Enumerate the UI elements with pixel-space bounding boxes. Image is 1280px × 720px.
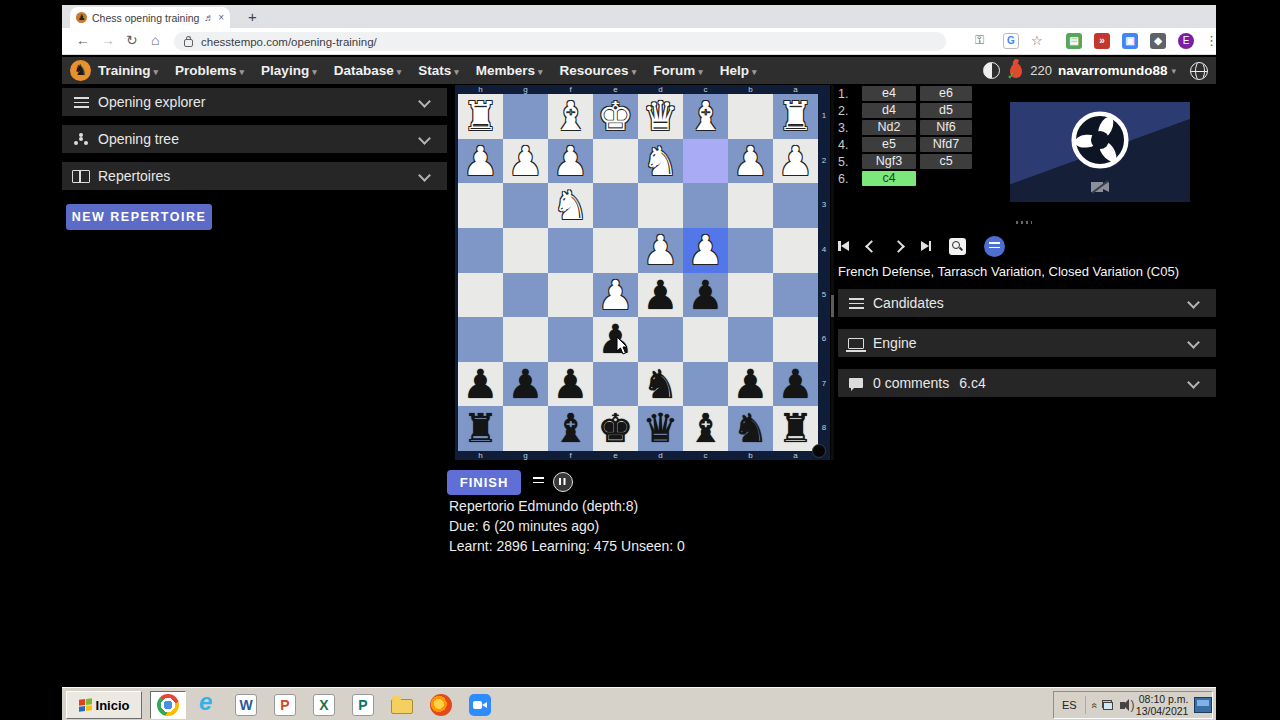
bookmark-star-icon[interactable]: ☆: [1031, 33, 1047, 49]
move-black-d5[interactable]: d5: [920, 103, 972, 118]
square-d7[interactable]: ♞: [638, 362, 683, 407]
windows-logo-icon: [79, 698, 92, 711]
square-e1[interactable]: ♚: [593, 94, 638, 139]
square-c1[interactable]: ♝: [683, 94, 728, 139]
panel-resize-grip[interactable]: [1016, 221, 1032, 224]
piece-black-q-d8[interactable]: ♛: [638, 406, 683, 451]
taskbar-apps: [150, 690, 501, 719]
move-black-Nf6[interactable]: Nf6: [920, 120, 972, 135]
board-file-labels-top: hgfedcba: [458, 85, 818, 94]
square-d5[interactable]: ♟: [638, 273, 683, 318]
move-white-c4[interactable]: c4: [862, 171, 916, 186]
nav-caret-icon: ▾: [698, 67, 703, 77]
taskbar-app-powerpoint[interactable]: [267, 691, 303, 719]
profile-avatar[interactable]: E: [1178, 33, 1194, 49]
taskbar-app-excel[interactable]: [306, 691, 342, 719]
square-a6[interactable]: [773, 317, 818, 362]
screen: ♟ Chess opening training - Chess ♬ × + ←…: [0, 0, 1280, 720]
streak-flame-icon: [1010, 63, 1022, 78]
book-icon: [72, 170, 90, 183]
piece-black-r-a8[interactable]: ♜: [773, 406, 818, 451]
back-button[interactable]: ←: [76, 32, 90, 48]
comment-icon: [847, 378, 865, 388]
publisher-icon: [352, 694, 374, 716]
square-e5[interactable]: ♟: [593, 273, 638, 318]
piece-black-p-f7[interactable]: ♟: [548, 362, 593, 407]
move-black-e6[interactable]: e6: [920, 86, 972, 101]
browser-menu-icon[interactable]: ⋮: [1205, 33, 1221, 49]
square-e3[interactable]: [593, 183, 638, 228]
square-c4[interactable]: ♟: [683, 228, 728, 273]
file-label-c: c: [683, 451, 728, 460]
square-f6[interactable]: [548, 317, 593, 362]
nav-caret-icon: ▾: [538, 67, 543, 77]
browser-tab[interactable]: ♟ Chess opening training - Chess ♬ ×: [70, 7, 230, 28]
square-e4[interactable]: [593, 228, 638, 273]
comments-move-context: 6.c4: [959, 375, 985, 391]
file-label-g: g: [503, 85, 548, 94]
square-a1[interactable]: ♜: [773, 94, 818, 139]
square-e8[interactable]: ♚: [593, 406, 638, 451]
nav-caret-icon: ▾: [454, 67, 459, 77]
camera-off-icon: [1090, 180, 1110, 194]
candidates-list-icon: [847, 298, 865, 309]
chesstempo-logo[interactable]: ♞: [70, 60, 91, 81]
tray-time: 08:10 p.m.: [1139, 693, 1189, 705]
nav-caret-icon: ▾: [312, 67, 317, 77]
piece-white-p-c4[interactable]: ♟: [683, 228, 728, 273]
game-nav-controls: [838, 233, 1078, 259]
piece-black-k-e8[interactable]: ♚: [593, 406, 638, 451]
clock[interactable]: 08:10 p.m. 13/04/2021: [1135, 693, 1189, 717]
square-b4[interactable]: [728, 228, 773, 273]
taskbar-app-internet-explorer[interactable]: [189, 691, 225, 719]
move-white-e4[interactable]: e4: [862, 86, 916, 101]
nav-item-database[interactable]: Database▾: [334, 63, 402, 78]
language-indicator[interactable]: ES: [1062, 699, 1077, 711]
piece-black-n-b8[interactable]: ♞: [728, 406, 773, 451]
square-g1[interactable]: [503, 94, 548, 139]
square-c2[interactable]: [683, 139, 728, 184]
nav-caret-icon: ▾: [397, 67, 402, 77]
square-g2[interactable]: ♟: [503, 139, 548, 184]
password-key-icon[interactable]: ⚿: [975, 33, 991, 49]
piece-black-p-g7[interactable]: ♟: [503, 362, 548, 407]
square-b2[interactable]: ♟: [728, 139, 773, 184]
streak-count: 220: [1030, 63, 1052, 78]
home-button[interactable]: ⌂: [151, 32, 159, 48]
square-d1[interactable]: ♛: [638, 94, 683, 139]
taskbar-app-chrome[interactable]: [150, 691, 186, 719]
learning-stats: Learnt: 2896 Learning: 475 Unseen: 0: [449, 536, 849, 556]
square-d8[interactable]: ♛: [638, 406, 683, 451]
nav-item-problems[interactable]: Problems▾: [175, 63, 244, 78]
square-f8[interactable]: ♝: [548, 406, 593, 451]
network-icon[interactable]: [1102, 700, 1113, 710]
nav-item-help[interactable]: Help▾: [720, 63, 757, 78]
sidebar-item-opening-tree[interactable]: Opening tree: [62, 125, 447, 153]
taskbar-app-zoom[interactable]: [462, 691, 498, 719]
taskbar-app-firefox[interactable]: [423, 691, 459, 719]
volume-icon[interactable]: [1120, 702, 1124, 709]
file-explorer-icon: [391, 699, 413, 714]
square-b5[interactable]: [728, 273, 773, 318]
start-button[interactable]: Inicio: [66, 691, 142, 719]
rank-label-5: 5: [818, 273, 830, 318]
piece-black-p-b7[interactable]: ♟: [728, 362, 773, 407]
square-e7[interactable]: [593, 362, 638, 407]
chevron-down-icon: [1187, 296, 1200, 309]
piece-white-p-e5[interactable]: ♟: [593, 273, 638, 318]
nav-caret-icon: ▾: [240, 67, 245, 77]
move-number: 3.: [838, 121, 862, 135]
file-label-e: e: [593, 451, 638, 460]
square-f1[interactable]: ♝: [548, 94, 593, 139]
square-e2[interactable]: [593, 139, 638, 184]
move-row-6: 6.c4: [838, 170, 1014, 187]
user-menu-caret[interactable]: ▾: [1171, 66, 1176, 76]
site-nav-right: 220 navarromundo88 ▾: [983, 57, 1208, 84]
square-a7[interactable]: ♟: [773, 362, 818, 407]
search-position-icon[interactable]: [949, 238, 966, 255]
list-icon: [72, 97, 90, 108]
firefox-icon: [430, 694, 452, 716]
piece-white-r-h1[interactable]: ♜: [458, 94, 503, 139]
rank-label-3: 3: [818, 183, 830, 228]
move-row-2: 2.d4d5: [838, 102, 1014, 119]
obs-video-overlay: [1010, 102, 1190, 202]
square-d4[interactable]: ♟: [638, 228, 683, 273]
piece-black-p-h7[interactable]: ♟: [458, 362, 503, 407]
file-label-f: f: [548, 451, 593, 460]
dark-mode-toggle-icon[interactable]: [983, 62, 1000, 79]
square-h8[interactable]: ♜: [458, 406, 503, 451]
pause-button[interactable]: [553, 472, 573, 492]
square-g3[interactable]: [503, 183, 548, 228]
internet-explorer-icon: [196, 694, 218, 716]
file-label-g: g: [503, 451, 548, 460]
site-nav-bar: ♞ Training▾Problems▾Playing▾Database▾Sta…: [62, 57, 1216, 84]
last-move-button[interactable]: [921, 241, 932, 251]
tab-close-icon[interactable]: ×: [218, 12, 224, 23]
square-h7[interactable]: ♟: [458, 362, 503, 407]
square-a5[interactable]: [773, 273, 818, 318]
piece-black-n-d7[interactable]: ♞: [638, 362, 683, 407]
url-text: chesstempo.com/opening-training/: [201, 36, 377, 48]
panel-engine[interactable]: Engine: [838, 329, 1216, 357]
square-c8[interactable]: ♝: [683, 406, 728, 451]
obs-logo: [1071, 111, 1129, 169]
excel-icon: [313, 694, 335, 716]
extension-blue-icon[interactable]: ▣: [1122, 33, 1138, 49]
chess-board: hgfedcba ♜♝♚♛♝♜♟♟♟♞♟♟♞♟♟♟♟♟♟♟♟♟♞♟♟♜♝♚♛♝♞…: [455, 85, 830, 460]
powerpoint-icon: [274, 694, 296, 716]
panel-comments[interactable]: 0 comments 6.c4: [838, 369, 1216, 397]
training-info: Repertorio Edmundo (depth:8) Due: 6 (20 …: [449, 496, 849, 556]
move-list: 1.e4e62.d4d53.Nd2Nf64.e5Nfd75.Ngf3c56.c4: [838, 85, 1014, 187]
piece-black-p-d5[interactable]: ♟: [638, 273, 683, 318]
chrome-icon: [157, 694, 179, 716]
language-globe-icon[interactable]: [1190, 62, 1208, 80]
piece-white-p-f2[interactable]: ♟: [548, 139, 593, 184]
first-move-button[interactable]: [838, 241, 849, 251]
piece-black-r-h8[interactable]: ♜: [458, 406, 503, 451]
tree-icon: [72, 133, 90, 145]
due-status: Due: 6 (20 minutes ago): [449, 516, 849, 536]
reload-button[interactable]: ↻: [126, 32, 138, 48]
repertoire-name: Repertorio Edmundo (depth:8): [449, 496, 849, 516]
square-h4[interactable]: [458, 228, 503, 273]
black-to-move-indicator: [812, 444, 826, 458]
file-label-b: b: [728, 451, 773, 460]
square-g8[interactable]: [503, 406, 548, 451]
next-move-button[interactable]: [894, 242, 903, 251]
square-g7[interactable]: ♟: [503, 362, 548, 407]
square-a3[interactable]: [773, 183, 818, 228]
piece-black-p-a7[interactable]: ♟: [773, 362, 818, 407]
square-a8[interactable]: ♜: [773, 406, 818, 451]
forward-button[interactable]: →: [101, 32, 115, 48]
rank-label-4: 4: [818, 228, 830, 273]
square-b1[interactable]: [728, 94, 773, 139]
chevron-down-icon: [1187, 376, 1200, 389]
sidebar-item-opening-explorer[interactable]: Opening explorer: [62, 88, 447, 116]
piece-white-p-a2[interactable]: ♟: [773, 139, 818, 184]
taskbar-app-publisher[interactable]: [345, 691, 381, 719]
square-c7[interactable]: [683, 362, 728, 407]
translate-icon[interactable]: G: [1003, 33, 1019, 49]
square-d6[interactable]: [638, 317, 683, 362]
nav-item-playing[interactable]: Playing▾: [261, 63, 317, 78]
opening-name: French Defense, Tarrasch Variation, Clos…: [838, 264, 1216, 284]
engine-laptop-icon: [847, 338, 865, 349]
move-number: 4.: [838, 138, 862, 152]
square-a4[interactable]: [773, 228, 818, 273]
square-f7[interactable]: ♟: [548, 362, 593, 407]
square-h3[interactable]: [458, 183, 503, 228]
board-file-labels-bottom: hgfedcba: [458, 451, 818, 460]
taskbar-app-file-explorer[interactable]: [384, 691, 420, 719]
move-number: 6.: [838, 172, 862, 186]
piece-white-p-b2[interactable]: ♟: [728, 139, 773, 184]
square-c5[interactable]: ♟: [683, 273, 728, 318]
nav-caret-icon: ▾: [752, 67, 757, 77]
chevron-down-icon: [418, 169, 431, 182]
square-b8[interactable]: ♞: [728, 406, 773, 451]
file-label-b: b: [728, 85, 773, 94]
mouse-cursor: [616, 336, 630, 356]
move-white-e5[interactable]: e5: [862, 137, 916, 152]
new-tab-button[interactable]: +: [248, 8, 257, 25]
taskbar-app-word[interactable]: [228, 691, 264, 719]
new-repertoire-button[interactable]: NEW REPERTOIRE: [66, 204, 212, 230]
browser-toolbar: ← → ↻ ⌂ chesstempo.com/opening-training/…: [62, 28, 1216, 55]
chesstempo-favicon: ♟: [76, 12, 87, 23]
taskbar: Inicio ES « 08:10 p.m. 13/04/2021: [62, 687, 1216, 720]
square-b6[interactable]: [728, 317, 773, 362]
move-number: 5.: [838, 155, 862, 169]
show-desktop-icon[interactable]: [1194, 697, 1212, 713]
square-b3[interactable]: [728, 183, 773, 228]
move-number: 1.: [838, 87, 862, 101]
square-g4[interactable]: [503, 228, 548, 273]
square-h5[interactable]: [458, 273, 503, 318]
scrollbar[interactable]: [831, 85, 834, 460]
word-icon: [235, 694, 257, 716]
piece-white-b-c1[interactable]: ♝: [683, 94, 728, 139]
move-black-c5[interactable]: c5: [920, 154, 972, 169]
nav-item-forum[interactable]: Forum▾: [653, 63, 703, 78]
game-menu-icon[interactable]: [984, 236, 1005, 257]
site-nav-items: Training▾Problems▾Playing▾Database▾Stats…: [98, 63, 774, 78]
move-white-d4[interactable]: d4: [862, 103, 916, 118]
square-f4[interactable]: [548, 228, 593, 273]
square-c6[interactable]: [683, 317, 728, 362]
username[interactable]: navarromundo88: [1058, 63, 1168, 78]
square-a2[interactable]: ♟: [773, 139, 818, 184]
piece-white-n-f3[interactable]: ♞: [548, 183, 593, 228]
tab-title: Chess opening training - Chess: [92, 12, 200, 24]
move-white-Nd2[interactable]: Nd2: [862, 120, 916, 135]
piece-white-b-f1[interactable]: ♝: [548, 94, 593, 139]
system-tray: ES « 08:10 p.m. 13/04/2021: [1053, 691, 1213, 719]
square-h2[interactable]: ♟: [458, 139, 503, 184]
extension-red-icon[interactable]: »: [1094, 33, 1110, 49]
move-row-4: 4.e5Nfd7: [838, 136, 1014, 153]
nav-caret-icon: ▾: [632, 67, 637, 77]
sidebar-item-repertoires[interactable]: Repertoires: [62, 162, 447, 190]
nav-item-training[interactable]: Training▾: [98, 63, 158, 78]
rank-label-2: 2: [818, 139, 830, 184]
nav-caret-icon: ▾: [154, 67, 159, 77]
square-f5[interactable]: [548, 273, 593, 318]
address-bar[interactable]: chesstempo.com/opening-training/: [174, 32, 946, 51]
rank-label-1: 1: [818, 94, 830, 139]
chevron-down-icon: [418, 95, 431, 108]
board-rank-labels: 12345678: [818, 94, 830, 451]
file-label-h: h: [458, 451, 503, 460]
piece-white-n-d2[interactable]: ♞: [638, 139, 683, 184]
hidden-icons-chevron[interactable]: «: [1089, 702, 1100, 708]
zoom-icon: [469, 694, 491, 716]
extensions-puzzle-icon[interactable]: ◆: [1150, 33, 1166, 49]
rank-label-7: 7: [818, 362, 830, 407]
rank-label-6: 6: [818, 317, 830, 362]
square-h1[interactable]: ♜: [458, 94, 503, 139]
piece-white-p-h2[interactable]: ♟: [458, 139, 503, 184]
square-g5[interactable]: [503, 273, 548, 318]
tray-date: 13/04/2021: [1136, 705, 1189, 717]
move-row-3: 3.Nd2Nf6: [838, 119, 1014, 136]
square-g6[interactable]: [503, 317, 548, 362]
tab-audio-icon[interactable]: ♬: [204, 12, 214, 23]
panel-candidates[interactable]: Candidates: [838, 289, 1216, 317]
piece-white-q-d1[interactable]: ♛: [638, 94, 683, 139]
move-row-5: 5.Ngf3c5: [838, 153, 1014, 170]
move-row-1: 1.e4e6: [838, 85, 1014, 102]
piece-white-k-e1[interactable]: ♚: [593, 94, 638, 139]
chevron-down-icon: [418, 132, 431, 145]
square-h6[interactable]: [458, 317, 503, 362]
extension-green-icon[interactable]: ▤: [1066, 33, 1082, 49]
move-number: 2.: [838, 104, 862, 118]
move-black-Nfd7[interactable]: Nfd7: [920, 137, 972, 152]
move-white-Ngf3[interactable]: Ngf3: [862, 154, 916, 169]
square-f3[interactable]: ♞: [548, 183, 593, 228]
nav-item-resources[interactable]: Resources▾: [560, 63, 637, 78]
finish-button[interactable]: FINISH: [447, 470, 521, 495]
piece-white-r-a1[interactable]: ♜: [773, 94, 818, 139]
piece-white-p-g2[interactable]: ♟: [503, 139, 548, 184]
piece-black-b-f8[interactable]: ♝: [548, 406, 593, 451]
square-c3[interactable]: [683, 183, 728, 228]
lock-icon: [184, 39, 193, 47]
board-squares: ♜♝♚♛♝♜♟♟♟♞♟♟♞♟♟♟♟♟♟♟♟♟♞♟♟♜♝♚♛♝♞♜: [458, 94, 818, 451]
piece-white-p-d4[interactable]: ♟: [638, 228, 683, 273]
square-d3[interactable]: [638, 183, 683, 228]
piece-black-b-c8[interactable]: ♝: [683, 406, 728, 451]
chevron-down-icon: [1187, 336, 1200, 349]
nav-item-members[interactable]: Members▾: [476, 63, 543, 78]
file-label-d: d: [638, 451, 683, 460]
previous-move-button[interactable]: [867, 242, 876, 251]
nav-item-stats[interactable]: Stats▾: [418, 63, 459, 78]
browser-tab-strip: ♟ Chess opening training - Chess ♬ × +: [62, 5, 1216, 28]
square-f2[interactable]: ♟: [548, 139, 593, 184]
square-b7[interactable]: ♟: [728, 362, 773, 407]
square-d2[interactable]: ♞: [638, 139, 683, 184]
piece-black-p-c5[interactable]: ♟: [683, 273, 728, 318]
